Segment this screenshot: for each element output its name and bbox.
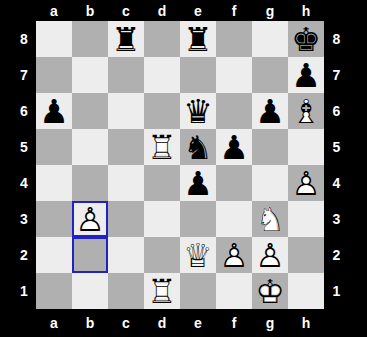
file-label-a: a bbox=[36, 309, 72, 337]
square-a3[interactable] bbox=[36, 201, 72, 237]
square-f1[interactable] bbox=[216, 273, 252, 309]
black-pawn[interactable]: ♟ bbox=[252, 93, 288, 129]
square-d1[interactable]: ♜♖ bbox=[144, 273, 180, 309]
rank-labels-right: 87654321 bbox=[327, 21, 346, 309]
black-piece-glyph: ♜ bbox=[108, 21, 144, 57]
square-a2[interactable] bbox=[36, 237, 72, 273]
square-g2[interactable]: ♟♙ bbox=[252, 237, 288, 273]
square-h2[interactable] bbox=[288, 237, 324, 273]
black-knight[interactable]: ♞ bbox=[180, 129, 216, 165]
square-a8[interactable] bbox=[36, 21, 72, 57]
square-f3[interactable] bbox=[216, 201, 252, 237]
file-label-b: b bbox=[72, 0, 108, 21]
white-piece-fill-glyph: ♛ bbox=[180, 237, 216, 273]
square-f5[interactable]: ♟ bbox=[216, 129, 252, 165]
black-piece-glyph: ♟ bbox=[288, 57, 324, 93]
white-piece-fill-glyph: ♟ bbox=[252, 237, 288, 273]
file-label-f: f bbox=[216, 309, 252, 337]
square-h4[interactable]: ♟♙ bbox=[288, 165, 324, 201]
square-d6[interactable] bbox=[144, 93, 180, 129]
square-b4[interactable] bbox=[72, 165, 108, 201]
file-label-g: g bbox=[252, 0, 288, 21]
white-piece-outline-glyph: ♖ bbox=[144, 129, 180, 165]
white-piece-outline-glyph: ♖ bbox=[144, 273, 180, 309]
white-piece-outline-glyph: ♙ bbox=[216, 237, 252, 273]
rank-label-7: 7 bbox=[327, 57, 346, 93]
white-king[interactable]: ♚♔ bbox=[252, 273, 288, 309]
black-piece-glyph: ♜ bbox=[180, 21, 216, 57]
square-c1[interactable] bbox=[108, 273, 144, 309]
square-h5[interactable] bbox=[288, 129, 324, 165]
white-queen[interactable]: ♛♕ bbox=[180, 237, 216, 273]
file-labels-top: abcdefgh bbox=[36, 0, 324, 21]
square-c8[interactable]: ♜ bbox=[108, 21, 144, 57]
black-king[interactable]: ♚ bbox=[288, 21, 324, 57]
rank-label-2: 2 bbox=[14, 237, 34, 273]
white-piece-fill-glyph: ♜ bbox=[144, 129, 180, 165]
black-piece-glyph: ♟ bbox=[252, 93, 288, 129]
white-piece-fill-glyph: ♝ bbox=[288, 93, 324, 129]
square-e1[interactable] bbox=[180, 273, 216, 309]
square-g4[interactable] bbox=[252, 165, 288, 201]
black-rook[interactable]: ♜ bbox=[108, 21, 144, 57]
square-a5[interactable] bbox=[36, 129, 72, 165]
file-label-h: h bbox=[288, 309, 324, 337]
white-piece-outline-glyph: ♔ bbox=[252, 273, 288, 309]
chess-board: ♜♜♚♟♟♛♟♝♗♜♖♞♟♟♟♙♟♙♞♘♛♕♟♙♟♙♜♖♚♔ bbox=[36, 21, 324, 309]
square-f7[interactable] bbox=[216, 57, 252, 93]
black-piece-glyph: ♞ bbox=[180, 129, 216, 165]
white-piece-outline-glyph: ♘ bbox=[252, 201, 288, 237]
square-e3[interactable] bbox=[180, 201, 216, 237]
rank-label-6: 6 bbox=[327, 93, 346, 129]
black-piece-glyph: ♛ bbox=[180, 93, 216, 129]
file-label-e: e bbox=[180, 309, 216, 337]
white-piece-outline-glyph: ♗ bbox=[288, 93, 324, 129]
square-b1[interactable] bbox=[72, 273, 108, 309]
square-f2[interactable]: ♟♙ bbox=[216, 237, 252, 273]
white-rook[interactable]: ♜♖ bbox=[144, 273, 180, 309]
square-e2[interactable]: ♛♕ bbox=[180, 237, 216, 273]
white-piece-fill-glyph: ♜ bbox=[144, 273, 180, 309]
black-pawn[interactable]: ♟ bbox=[216, 129, 252, 165]
file-label-f: f bbox=[216, 0, 252, 21]
square-e5[interactable]: ♞ bbox=[180, 129, 216, 165]
black-piece-glyph: ♟ bbox=[36, 93, 72, 129]
black-pawn[interactable]: ♟ bbox=[36, 93, 72, 129]
file-label-c: c bbox=[108, 0, 144, 21]
rank-label-5: 5 bbox=[14, 129, 34, 165]
file-label-h: h bbox=[288, 0, 324, 21]
rank-label-2: 2 bbox=[327, 237, 346, 273]
square-e6[interactable]: ♛ bbox=[180, 93, 216, 129]
black-piece-glyph: ♟ bbox=[216, 129, 252, 165]
square-d7[interactable] bbox=[144, 57, 180, 93]
square-b8[interactable] bbox=[72, 21, 108, 57]
square-e4[interactable]: ♟ bbox=[180, 165, 216, 201]
square-d3[interactable] bbox=[144, 201, 180, 237]
black-pawn[interactable]: ♟ bbox=[180, 165, 216, 201]
white-knight[interactable]: ♞♘ bbox=[252, 201, 288, 237]
square-g1[interactable]: ♚♔ bbox=[252, 273, 288, 309]
square-b3[interactable]: ♟♙ bbox=[72, 201, 108, 237]
black-piece-glyph: ♚ bbox=[288, 21, 324, 57]
square-g6[interactable]: ♟ bbox=[252, 93, 288, 129]
square-d5[interactable]: ♜♖ bbox=[144, 129, 180, 165]
file-label-a: a bbox=[36, 0, 72, 21]
square-c4[interactable] bbox=[108, 165, 144, 201]
rank-label-3: 3 bbox=[327, 201, 346, 237]
rank-label-4: 4 bbox=[14, 165, 34, 201]
square-g3[interactable]: ♞♘ bbox=[252, 201, 288, 237]
square-a6[interactable]: ♟ bbox=[36, 93, 72, 129]
white-piece-outline-glyph: ♙ bbox=[74, 203, 106, 235]
square-a4[interactable] bbox=[36, 165, 72, 201]
white-piece-fill-glyph: ♟ bbox=[288, 165, 324, 201]
square-d4[interactable] bbox=[144, 165, 180, 201]
white-bishop[interactable]: ♝♗ bbox=[288, 93, 324, 129]
file-labels-bottom: abcdefgh bbox=[36, 309, 324, 337]
rank-label-4: 4 bbox=[327, 165, 346, 201]
file-label-d: d bbox=[144, 0, 180, 21]
white-pawn[interactable]: ♟♙ bbox=[288, 165, 324, 201]
square-h7[interactable]: ♟ bbox=[288, 57, 324, 93]
file-label-c: c bbox=[108, 309, 144, 337]
square-a7[interactable] bbox=[36, 57, 72, 93]
square-h8[interactable]: ♚ bbox=[288, 21, 324, 57]
rank-label-1: 1 bbox=[14, 273, 34, 309]
white-piece-fill-glyph: ♞ bbox=[252, 201, 288, 237]
file-label-e: e bbox=[180, 0, 216, 21]
white-pawn[interactable]: ♟♙ bbox=[216, 237, 252, 273]
square-c7[interactable] bbox=[108, 57, 144, 93]
white-pawn[interactable]: ♟♙ bbox=[74, 203, 106, 235]
rank-label-7: 7 bbox=[14, 57, 34, 93]
white-piece-fill-glyph: ♟ bbox=[74, 203, 106, 235]
square-f4[interactable] bbox=[216, 165, 252, 201]
square-g7[interactable] bbox=[252, 57, 288, 93]
rank-label-6: 6 bbox=[14, 93, 34, 129]
rank-label-5: 5 bbox=[327, 129, 346, 165]
square-e8[interactable]: ♜ bbox=[180, 21, 216, 57]
rank-label-8: 8 bbox=[327, 21, 346, 57]
square-h3[interactable] bbox=[288, 201, 324, 237]
square-b6[interactable] bbox=[72, 93, 108, 129]
black-piece-glyph: ♟ bbox=[180, 165, 216, 201]
square-b5[interactable] bbox=[72, 129, 108, 165]
square-c3[interactable] bbox=[108, 201, 144, 237]
white-rook[interactable]: ♜♖ bbox=[144, 129, 180, 165]
black-pawn[interactable]: ♟ bbox=[288, 57, 324, 93]
chess-diagram: abcdefgh abcdefgh 87654321 87654321 ♜♜♚♟… bbox=[0, 0, 367, 337]
square-d2[interactable] bbox=[144, 237, 180, 273]
file-label-g: g bbox=[252, 309, 288, 337]
white-piece-outline-glyph: ♕ bbox=[180, 237, 216, 273]
square-a1[interactable] bbox=[36, 273, 72, 309]
square-c5[interactable] bbox=[108, 129, 144, 165]
black-queen[interactable]: ♛ bbox=[180, 93, 216, 129]
square-b2[interactable] bbox=[72, 237, 108, 273]
square-b7[interactable] bbox=[72, 57, 108, 93]
white-piece-outline-glyph: ♙ bbox=[288, 165, 324, 201]
square-f6[interactable] bbox=[216, 93, 252, 129]
file-label-b: b bbox=[72, 309, 108, 337]
rank-label-3: 3 bbox=[14, 201, 34, 237]
square-h1[interactable] bbox=[288, 273, 324, 309]
white-piece-fill-glyph: ♟ bbox=[216, 237, 252, 273]
square-c6[interactable] bbox=[108, 93, 144, 129]
square-f8[interactable] bbox=[216, 21, 252, 57]
rank-label-8: 8 bbox=[14, 21, 34, 57]
white-piece-fill-glyph: ♚ bbox=[252, 273, 288, 309]
white-pawn[interactable]: ♟♙ bbox=[252, 237, 288, 273]
rank-label-1: 1 bbox=[327, 273, 346, 309]
square-g8[interactable] bbox=[252, 21, 288, 57]
rank-labels-left: 87654321 bbox=[14, 21, 34, 309]
file-label-d: d bbox=[144, 309, 180, 337]
square-e7[interactable] bbox=[180, 57, 216, 93]
square-h6[interactable]: ♝♗ bbox=[288, 93, 324, 129]
white-piece-outline-glyph: ♙ bbox=[252, 237, 288, 273]
black-rook[interactable]: ♜ bbox=[180, 21, 216, 57]
square-c2[interactable] bbox=[108, 237, 144, 273]
square-g5[interactable] bbox=[252, 129, 288, 165]
square-d8[interactable] bbox=[144, 21, 180, 57]
